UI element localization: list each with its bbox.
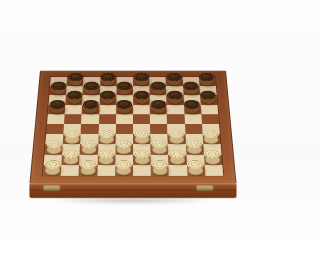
- piece-cell-i4: [185, 134, 203, 144]
- piece-cell-d1: [97, 165, 115, 176]
- dark-piece-g9[interactable]: [150, 81, 166, 90]
- light-piece-j2[interactable]: [204, 149, 221, 159]
- light-piece-i3[interactable]: [186, 139, 203, 149]
- piece-cell-f3: [133, 144, 151, 154]
- piece-cell-d10: [100, 77, 117, 86]
- dark-piece-e7[interactable]: [117, 100, 133, 109]
- piece-cell-i5: [185, 124, 203, 134]
- piece-cell-g9: [150, 86, 167, 95]
- pieces-layer: [43, 77, 223, 176]
- piece-cell-i1: [187, 165, 206, 176]
- light-piece-f2[interactable]: [134, 149, 151, 159]
- ground-shadow: [26, 197, 238, 207]
- piece-cell-h1: [169, 165, 187, 176]
- light-piece-h4[interactable]: [168, 129, 185, 138]
- light-piece-b4[interactable]: [64, 129, 81, 138]
- light-piece-d2[interactable]: [98, 149, 115, 159]
- light-piece-a3[interactable]: [46, 139, 63, 149]
- dark-piece-c7[interactable]: [83, 100, 99, 109]
- light-piece-e1[interactable]: [116, 160, 133, 170]
- dark-piece-a9[interactable]: [50, 81, 66, 90]
- piece-cell-e2: [115, 154, 133, 165]
- piece-cell-h7: [167, 105, 184, 115]
- light-piece-i1[interactable]: [187, 160, 204, 170]
- dark-piece-e9[interactable]: [117, 81, 133, 90]
- piece-cell-j5: [202, 124, 220, 134]
- piece-cell-c4: [80, 134, 98, 144]
- piece-cell-a5: [46, 124, 64, 134]
- piece-cell-b4: [63, 134, 81, 144]
- dark-piece-a7[interactable]: [49, 100, 66, 109]
- piece-cell-c9: [83, 86, 100, 95]
- piece-cell-i2: [186, 154, 204, 165]
- light-piece-h2[interactable]: [169, 149, 186, 159]
- piece-cell-c6: [81, 114, 99, 124]
- piece-cell-b6: [64, 114, 82, 124]
- dark-piece-h8[interactable]: [167, 91, 183, 100]
- piece-cell-e4: [115, 134, 133, 144]
- piece-cell-g5: [150, 124, 168, 134]
- piece-cell-d2: [97, 154, 115, 165]
- piece-cell-b7: [65, 105, 83, 115]
- piece-cell-g4: [150, 134, 168, 144]
- piece-cell-f4: [133, 134, 151, 144]
- piece-cell-b3: [62, 144, 80, 154]
- piece-cell-g2: [151, 154, 169, 165]
- piece-cell-c7: [82, 105, 99, 115]
- piece-cell-j7: [201, 105, 219, 115]
- piece-cell-b8: [65, 95, 82, 104]
- piece-cell-i7: [184, 105, 202, 115]
- piece-cell-d5: [98, 124, 116, 134]
- light-piece-j4[interactable]: [203, 129, 220, 138]
- light-piece-e3[interactable]: [116, 139, 133, 149]
- piece-cell-b1: [61, 165, 80, 176]
- piece-cell-j2: [204, 154, 223, 165]
- piece-cell-g3: [151, 144, 169, 154]
- piece-cell-a6: [47, 114, 65, 124]
- piece-cell-f6: [133, 114, 150, 124]
- light-piece-c1[interactable]: [80, 160, 97, 170]
- dark-piece-c9[interactable]: [84, 81, 100, 90]
- product-photo: [0, 0, 255, 255]
- piece-cell-a7: [48, 105, 66, 115]
- piece-cell-e1: [115, 165, 133, 176]
- piece-cell-g1: [151, 165, 169, 176]
- draughts-board: [29, 71, 236, 184]
- dark-piece-i9[interactable]: [183, 81, 199, 90]
- piece-cell-f5: [133, 124, 150, 134]
- dark-piece-b8[interactable]: [66, 91, 82, 100]
- piece-cell-j8: [200, 95, 218, 104]
- piece-cell-h6: [167, 114, 185, 124]
- piece-cell-d4: [98, 134, 116, 144]
- dark-piece-d8[interactable]: [100, 91, 116, 100]
- piece-cell-d3: [98, 144, 116, 154]
- dark-piece-b10[interactable]: [68, 72, 84, 80]
- piece-cell-a9: [49, 86, 66, 95]
- light-piece-c3[interactable]: [81, 139, 98, 149]
- piece-cell-c2: [79, 154, 97, 165]
- piece-cell-f8: [133, 95, 150, 104]
- piece-cell-g6: [150, 114, 167, 124]
- dark-piece-j10[interactable]: [199, 72, 215, 80]
- dark-piece-f8[interactable]: [133, 91, 149, 100]
- piece-cell-b10: [67, 77, 84, 86]
- piece-cell-i3: [186, 144, 204, 154]
- piece-cell-e5: [116, 124, 133, 134]
- brass-hinge-right: [196, 186, 214, 191]
- piece-cell-i6: [184, 114, 202, 124]
- box-front-panel: [29, 183, 236, 198]
- light-piece-g1[interactable]: [151, 160, 168, 170]
- piece-cell-j6: [201, 114, 219, 124]
- board-scene: [35, 26, 231, 222]
- piece-cell-j4: [202, 134, 220, 144]
- piece-cell-h4: [168, 134, 186, 144]
- piece-cell-e3: [115, 144, 133, 154]
- piece-cell-j3: [203, 144, 221, 154]
- piece-cell-h10: [166, 77, 183, 86]
- piece-cell-f10: [133, 77, 150, 86]
- piece-cell-d7: [99, 105, 116, 115]
- light-piece-b2[interactable]: [62, 149, 79, 159]
- dark-piece-h10[interactable]: [166, 72, 182, 80]
- dark-piece-f10[interactable]: [133, 72, 148, 80]
- piece-cell-c5: [81, 124, 99, 134]
- piece-cell-b5: [64, 124, 82, 134]
- piece-cell-j10: [199, 77, 216, 86]
- piece-cell-i9: [183, 86, 200, 95]
- light-piece-a1[interactable]: [44, 160, 62, 170]
- piece-cell-h2: [168, 154, 186, 165]
- light-piece-d4[interactable]: [99, 129, 116, 138]
- piece-cell-c3: [80, 144, 98, 154]
- piece-cell-g7: [150, 105, 167, 115]
- piece-cell-a3: [45, 144, 63, 154]
- piece-cell-f2: [133, 154, 151, 165]
- piece-cell-e7: [116, 105, 133, 115]
- piece-cell-d8: [99, 95, 116, 104]
- light-piece-f4[interactable]: [134, 129, 150, 138]
- piece-cell-h5: [167, 124, 185, 134]
- light-piece-g3[interactable]: [151, 139, 168, 149]
- piece-cell-a4: [45, 134, 63, 144]
- piece-cell-h3: [168, 144, 186, 154]
- piece-cell-f1: [133, 165, 151, 176]
- piece-cell-f7: [133, 105, 150, 115]
- piece-cell-e9: [116, 86, 133, 95]
- piece-cell-e6: [116, 114, 133, 124]
- piece-cell-b2: [62, 154, 80, 165]
- piece-cell-d6: [99, 114, 116, 124]
- brass-hinge-left: [43, 186, 61, 191]
- dark-piece-g7[interactable]: [150, 100, 166, 109]
- piece-cell-h8: [166, 95, 183, 104]
- piece-cell-c1: [79, 165, 97, 176]
- piece-cell-a2: [44, 154, 63, 165]
- dark-piece-j8[interactable]: [200, 91, 216, 100]
- dark-piece-i7[interactable]: [184, 100, 200, 109]
- piece-cell-j1: [204, 165, 223, 176]
- piece-cell-a1: [43, 165, 62, 176]
- dark-piece-d10[interactable]: [100, 72, 116, 80]
